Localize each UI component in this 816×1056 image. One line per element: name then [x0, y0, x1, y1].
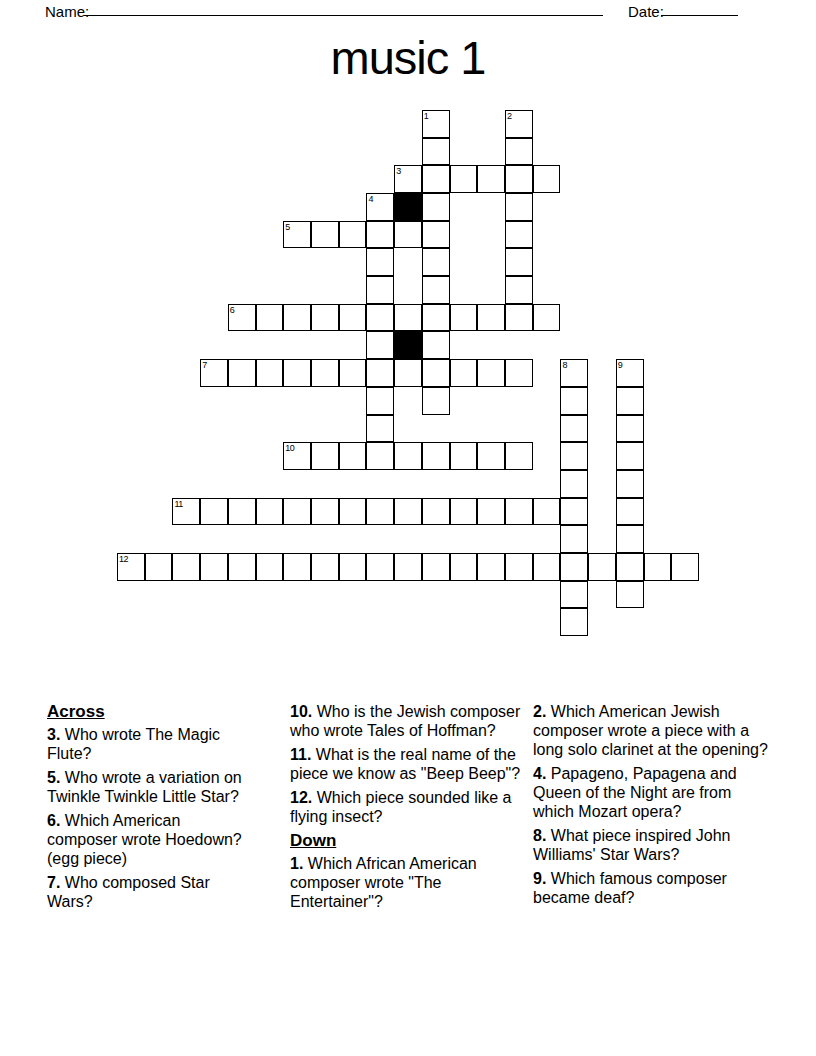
clue-number-9: 9	[618, 360, 623, 370]
cell-r12c12[interactable]	[450, 442, 478, 470]
clue-item-1: 1. Which African American composer wrote…	[290, 854, 521, 911]
clue-item-number: 9.	[533, 870, 546, 887]
cell-r2c12[interactable]	[450, 165, 478, 193]
cell-r5c14[interactable]	[505, 248, 533, 276]
cell-r16c14[interactable]	[505, 553, 533, 581]
cell-r9c13[interactable]	[477, 359, 505, 387]
clue-item-number: 11.	[290, 746, 311, 763]
cell-r7c15[interactable]	[533, 304, 561, 332]
clue-item-number: 1.	[290, 855, 303, 872]
cell-r14c5[interactable]	[256, 498, 284, 526]
cell-r8c11[interactable]	[422, 331, 450, 359]
cell-r3c9[interactable]: 4	[366, 193, 394, 221]
cell-r12c9[interactable]	[366, 442, 394, 470]
cell-r9c4[interactable]	[228, 359, 256, 387]
cell-r2c15[interactable]	[533, 165, 561, 193]
cell-r7c6[interactable]	[283, 304, 311, 332]
clue-number-4: 4	[368, 194, 373, 204]
cell-r12c11[interactable]	[422, 442, 450, 470]
cell-r11c9[interactable]	[366, 415, 394, 443]
cell-r9c16[interactable]: 8	[560, 359, 588, 387]
cell-r16c16[interactable]	[560, 553, 588, 581]
cell-r5c9[interactable]	[366, 248, 394, 276]
clue-item-number: 2.	[533, 703, 546, 720]
cell-r1c11[interactable]	[422, 138, 450, 166]
cell-r14c12[interactable]	[450, 498, 478, 526]
cell-r7c9[interactable]	[366, 304, 394, 332]
clue-item-3: 3. Who wrote The Magic Flute?	[47, 725, 248, 763]
cell-r4c8[interactable]	[339, 221, 367, 249]
cell-r4c7[interactable]	[311, 221, 339, 249]
cell-r2c11[interactable]	[422, 165, 450, 193]
clue-number-8: 8	[562, 360, 567, 370]
cell-r18c16[interactable]	[560, 608, 588, 636]
cell-r7c5[interactable]	[256, 304, 284, 332]
clue-item-12: 12. Which piece sounded like a flying in…	[290, 788, 521, 826]
clue-item-11: 11. What is the real name of the piece w…	[290, 745, 521, 783]
cell-r7c4[interactable]: 6	[228, 304, 256, 332]
cell-r12c10[interactable]	[394, 442, 422, 470]
cell-r17c16[interactable]	[560, 581, 588, 609]
clue-number-2: 2	[507, 111, 512, 121]
clue-item-number: 7.	[47, 874, 60, 891]
clue-column-middle: 10. Who is the Jewish composer who wrote…	[290, 702, 521, 916]
cell-r6c11[interactable]	[422, 276, 450, 304]
cell-r16c15[interactable]	[533, 553, 561, 581]
cell-r16c4[interactable]	[228, 553, 256, 581]
down-header: Down	[290, 831, 521, 850]
cell-r16c9[interactable]	[366, 553, 394, 581]
clue-item-number: 3.	[47, 726, 60, 743]
name-label: Name:	[45, 3, 89, 20]
clue-item-number: 6.	[47, 812, 60, 829]
black-cell-r8c10	[394, 331, 422, 359]
across-clues-part2: 10. Who is the Jewish composer who wrote…	[290, 702, 521, 826]
cell-r7c11[interactable]	[422, 304, 450, 332]
cell-r6c14[interactable]	[505, 276, 533, 304]
cell-r16c20[interactable]	[671, 553, 699, 581]
cell-r14c9[interactable]	[366, 498, 394, 526]
date-label: Date:	[628, 3, 664, 20]
cell-r16c17[interactable]	[588, 553, 616, 581]
cell-r7c10[interactable]	[394, 304, 422, 332]
cell-r3c11[interactable]	[422, 193, 450, 221]
clue-number-10: 10	[285, 443, 294, 453]
clue-item-6: 6. Which American composer wrote Hoedown…	[47, 811, 248, 868]
cell-r14c18[interactable]	[616, 498, 644, 526]
clue-column-down: 2. Which American Jewish composer wrote …	[533, 702, 769, 912]
cell-r14c15[interactable]	[533, 498, 561, 526]
across-clues-part1: 3. Who wrote The Magic Flute?5. Who wrot…	[47, 725, 248, 911]
cell-r16c11[interactable]	[422, 553, 450, 581]
cell-r12c8[interactable]	[339, 442, 367, 470]
cell-r9c9[interactable]	[366, 359, 394, 387]
clue-number-1: 1	[424, 111, 429, 121]
cell-r16c3[interactable]	[200, 553, 228, 581]
cell-r12c6[interactable]: 10	[283, 442, 311, 470]
cell-r12c7[interactable]	[311, 442, 339, 470]
cell-r4c11[interactable]	[422, 221, 450, 249]
cell-r9c14[interactable]	[505, 359, 533, 387]
cell-r2c14[interactable]	[505, 165, 533, 193]
cell-r9c10[interactable]	[394, 359, 422, 387]
cell-r12c16[interactable]	[560, 442, 588, 470]
clue-number-3: 3	[396, 166, 401, 176]
cell-r14c4[interactable]	[228, 498, 256, 526]
cell-r4c9[interactable]	[366, 221, 394, 249]
cell-r12c18[interactable]	[616, 442, 644, 470]
cell-r9c7[interactable]	[311, 359, 339, 387]
down-clues-part2: 2. Which American Jewish composer wrote …	[533, 702, 769, 907]
cell-r13c18[interactable]	[616, 470, 644, 498]
cell-r17c18[interactable]	[616, 581, 644, 609]
cell-r2c13[interactable]	[477, 165, 505, 193]
clue-number-5: 5	[285, 222, 290, 232]
clue-item-8: 8. What piece inspired John Williams' St…	[533, 826, 769, 864]
clue-item-2: 2. Which American Jewish composer wrote …	[533, 702, 769, 759]
cell-r4c10[interactable]	[394, 221, 422, 249]
cell-r14c6[interactable]	[283, 498, 311, 526]
cell-r16c0[interactable]: 12	[117, 553, 145, 581]
cell-r1c14[interactable]	[505, 138, 533, 166]
cell-r14c16[interactable]	[560, 498, 588, 526]
cell-r14c8[interactable]	[339, 498, 367, 526]
clue-item-number: 10.	[290, 703, 312, 720]
across-header: Across	[47, 702, 248, 721]
cell-r16c8[interactable]	[339, 553, 367, 581]
clue-item-5: 5. Who wrote a variation on Twinkle Twin…	[47, 768, 248, 806]
cell-r9c6[interactable]	[283, 359, 311, 387]
cell-r9c8[interactable]	[339, 359, 367, 387]
cell-r7c8[interactable]	[339, 304, 367, 332]
cell-r9c11[interactable]	[422, 359, 450, 387]
clue-item-number: 5.	[47, 769, 60, 786]
clue-item-9: 9. Which famous composer became deaf?	[533, 869, 769, 907]
cell-r15c18[interactable]	[616, 525, 644, 553]
clue-item-number: 4.	[533, 765, 546, 782]
cell-r16c19[interactable]	[644, 553, 672, 581]
clue-number-11: 11	[174, 499, 182, 509]
cell-r0c11[interactable]: 1	[422, 110, 450, 138]
cell-r10c9[interactable]	[366, 387, 394, 415]
name-blank-line	[84, 0, 603, 16]
cell-r9c5[interactable]	[256, 359, 284, 387]
cell-r11c18[interactable]	[616, 415, 644, 443]
clue-number-12: 12	[119, 554, 128, 564]
cell-r16c18[interactable]	[616, 553, 644, 581]
cell-r14c14[interactable]	[505, 498, 533, 526]
clue-number-7: 7	[202, 360, 207, 370]
cell-r6c9[interactable]	[366, 276, 394, 304]
crossword-grid: 123456789101112	[117, 110, 699, 636]
cell-r9c18[interactable]: 9	[616, 359, 644, 387]
clue-item-7: 7. Who composed Star Wars?	[47, 873, 248, 911]
puzzle-title: music 1	[0, 30, 816, 85]
cell-r3c14[interactable]	[505, 193, 533, 221]
clue-item-number: 8.	[533, 827, 546, 844]
cell-r7c7[interactable]	[311, 304, 339, 332]
cell-r10c16[interactable]	[560, 387, 588, 415]
cell-r14c10[interactable]	[394, 498, 422, 526]
cell-r16c10[interactable]	[394, 553, 422, 581]
cell-r2c10[interactable]: 3	[394, 165, 422, 193]
clue-item-number: 12.	[290, 789, 312, 806]
cell-r9c12[interactable]	[450, 359, 478, 387]
cell-r11c16[interactable]	[560, 415, 588, 443]
cell-r16c7[interactable]	[311, 553, 339, 581]
cell-r14c11[interactable]	[422, 498, 450, 526]
cell-r16c1[interactable]	[145, 553, 173, 581]
cell-r16c13[interactable]	[477, 553, 505, 581]
down-clues-part1: 1. Which African American composer wrote…	[290, 854, 521, 911]
cell-r14c13[interactable]	[477, 498, 505, 526]
crossword-worksheet: { "game": "crossword", "header": { "name…	[0, 0, 816, 1056]
cell-r4c6[interactable]: 5	[283, 221, 311, 249]
cell-r4c14[interactable]	[505, 221, 533, 249]
cell-r16c12[interactable]	[450, 553, 478, 581]
clue-item-4: 4. Papageno, Papagena and Queen of the N…	[533, 764, 769, 821]
cell-r10c18[interactable]	[616, 387, 644, 415]
cell-r14c3[interactable]	[200, 498, 228, 526]
cell-r12c14[interactable]	[505, 442, 533, 470]
cell-r12c13[interactable]	[477, 442, 505, 470]
clue-item-10: 10. Who is the Jewish composer who wrote…	[290, 702, 521, 740]
cell-r7c12[interactable]	[450, 304, 478, 332]
cell-r8c9[interactable]	[366, 331, 394, 359]
cell-r9c3[interactable]: 7	[200, 359, 228, 387]
cell-r14c7[interactable]	[311, 498, 339, 526]
cell-r16c2[interactable]	[172, 553, 200, 581]
cell-r16c5[interactable]	[256, 553, 284, 581]
clue-column-across: Across 3. Who wrote The Magic Flute?5. W…	[47, 702, 248, 916]
cell-r14c2[interactable]: 11	[172, 498, 200, 526]
cell-r16c6[interactable]	[283, 553, 311, 581]
cell-r7c13[interactable]	[477, 304, 505, 332]
black-cell-r3c10	[394, 193, 422, 221]
cell-r15c16[interactable]	[560, 525, 588, 553]
date-blank-line	[661, 0, 738, 16]
cell-r0c14[interactable]: 2	[505, 110, 533, 138]
clue-number-6: 6	[230, 305, 235, 315]
cell-r13c16[interactable]	[560, 470, 588, 498]
cell-r7c14[interactable]	[505, 304, 533, 332]
cell-r5c11[interactable]	[422, 248, 450, 276]
cell-r10c11[interactable]	[422, 387, 450, 415]
